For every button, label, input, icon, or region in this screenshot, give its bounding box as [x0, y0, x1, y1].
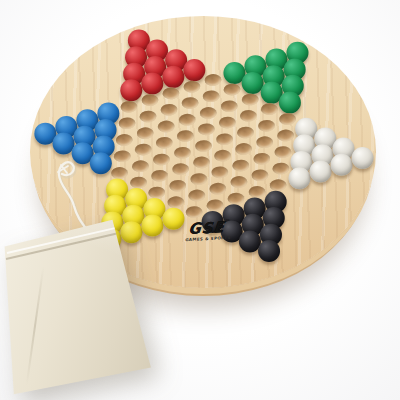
trademark-symbol: ™ [225, 218, 231, 224]
product-photo-scene: GSE™ GAMES & SPORTS [0, 0, 400, 400]
gse-logo: GSE™ GAMES & SPORTS [185, 219, 232, 243]
bag-crease [26, 266, 45, 385]
storage-bag [0, 218, 154, 396]
bag-hem-seam [6, 232, 119, 260]
bag-fabric [0, 218, 154, 396]
white-marble[interactable] [351, 147, 373, 169]
bag-hem-highlight [7, 226, 119, 254]
black-marble[interactable] [257, 240, 279, 262]
